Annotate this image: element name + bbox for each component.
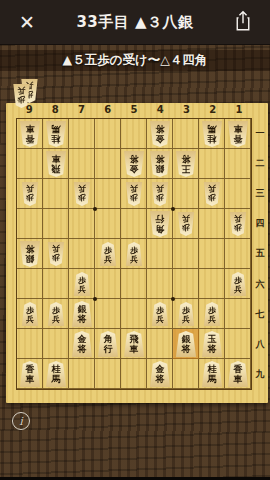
file-label: 8 xyxy=(42,103,68,117)
board-square xyxy=(69,149,95,179)
rank-label: 九 xyxy=(253,360,267,390)
board-square xyxy=(17,269,43,299)
hoshi-dot xyxy=(171,297,175,301)
share-button[interactable] xyxy=(224,0,262,44)
board-square xyxy=(199,209,225,239)
file-label: 5 xyxy=(121,103,147,117)
file-label: 6 xyxy=(95,103,121,117)
rank-label: 三 xyxy=(253,178,267,208)
board-square xyxy=(147,269,173,299)
rank-label: 一 xyxy=(253,118,267,148)
board-square xyxy=(173,119,199,149)
hoshi-dot xyxy=(93,207,97,211)
rank-label: 七 xyxy=(253,299,267,329)
rank-label: 二 xyxy=(253,148,267,178)
rank-label: 八 xyxy=(253,330,267,360)
share-up-arrow-icon xyxy=(234,9,252,36)
board-square xyxy=(225,239,251,269)
board-square xyxy=(43,209,69,239)
chapter-banner: ▲５五歩の受け〜△４四角 xyxy=(0,50,270,71)
close-button[interactable]: ✕ xyxy=(10,0,44,44)
rank-label: 六 xyxy=(253,269,267,299)
board-square xyxy=(121,269,147,299)
board-square xyxy=(199,269,225,299)
board-square xyxy=(121,119,147,149)
board-square xyxy=(147,239,173,269)
board-square xyxy=(69,209,95,239)
hoshi-dot xyxy=(171,207,175,211)
board-square xyxy=(69,239,95,269)
info-button[interactable]: i xyxy=(12,412,30,430)
board-square xyxy=(121,209,147,239)
file-labels: 987654321 xyxy=(16,103,252,117)
board-square xyxy=(121,299,147,329)
board-square xyxy=(43,329,69,359)
board-square xyxy=(69,359,95,389)
file-label: 1 xyxy=(226,103,252,117)
board-square xyxy=(17,329,43,359)
board-square xyxy=(95,299,121,329)
board-square xyxy=(173,179,199,209)
board-square xyxy=(17,209,43,239)
board-square xyxy=(95,359,121,389)
chapter-banner-text: ▲５五歩の受け〜△４四角 xyxy=(63,52,208,69)
navigation-bar: ✕ 33手目 ▲３八銀 xyxy=(0,0,270,45)
board-square xyxy=(95,269,121,299)
board-square xyxy=(225,179,251,209)
board-square xyxy=(173,239,199,269)
board-square xyxy=(95,209,121,239)
rank-label: 五 xyxy=(253,239,267,269)
board-square xyxy=(199,149,225,179)
board-square xyxy=(225,149,251,179)
file-label: 3 xyxy=(173,103,199,117)
board-square xyxy=(173,359,199,389)
board-square xyxy=(69,119,95,149)
board-square xyxy=(17,149,43,179)
board-square xyxy=(95,119,121,149)
board-square xyxy=(95,149,121,179)
board-square xyxy=(43,269,69,299)
board-square xyxy=(121,359,147,389)
board-square xyxy=(147,329,173,359)
rank-labels: 一二三四五六七八九 xyxy=(253,118,267,390)
board-grid: 香車桂馬金将桂馬香車飛車金将銀将王将歩兵歩兵歩兵歩兵歩兵角行歩兵歩兵銀将歩兵歩兵… xyxy=(16,118,252,390)
board-square xyxy=(225,329,251,359)
hoshi-dot xyxy=(93,297,97,301)
board-square xyxy=(199,239,225,269)
file-label: 4 xyxy=(147,103,173,117)
rank-label: 四 xyxy=(253,209,267,239)
board-square xyxy=(43,179,69,209)
board-square xyxy=(173,269,199,299)
board-square xyxy=(225,299,251,329)
board-square xyxy=(95,179,121,209)
file-label: 7 xyxy=(68,103,94,117)
shogi-board: 987654321 一二三四五六七八九 香車桂馬金将桂馬香車飛車金将銀将王将歩兵… xyxy=(6,103,268,403)
file-label: 2 xyxy=(200,103,226,117)
